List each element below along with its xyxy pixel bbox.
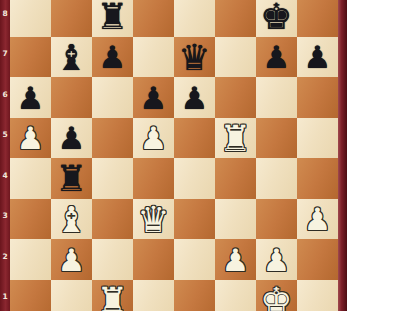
square-e3[interactable]: [174, 199, 215, 240]
rank-label-7: 7: [0, 34, 10, 75]
square-c1[interactable]: ♜: [92, 280, 133, 311]
square-b2[interactable]: ♟: [51, 239, 92, 280]
piece-black-bishop-b7[interactable]: ♝: [55, 40, 87, 76]
rank-label-6: 6: [0, 74, 10, 115]
square-g5[interactable]: [256, 118, 297, 159]
square-b1[interactable]: [51, 280, 92, 311]
rank-label-3: 3: [0, 196, 10, 237]
board-right-border: [338, 0, 347, 311]
square-b8[interactable]: [51, 0, 92, 37]
piece-black-king-g8[interactable]: ♚: [260, 0, 292, 35]
square-h2[interactable]: [297, 239, 338, 280]
square-f1[interactable]: [215, 280, 256, 311]
square-c2[interactable]: [92, 239, 133, 280]
square-b6[interactable]: [51, 77, 92, 118]
square-e7[interactable]: ♛: [174, 37, 215, 78]
piece-white-pawn-a5[interactable]: ♟: [17, 123, 45, 154]
square-a3[interactable]: [10, 199, 51, 240]
square-d6[interactable]: ♟: [133, 77, 174, 118]
rank-label-5: 5: [0, 115, 10, 156]
square-g1[interactable]: ♚: [256, 280, 297, 311]
square-h3[interactable]: ♟: [297, 199, 338, 240]
piece-black-pawn-g7[interactable]: ♟: [263, 42, 291, 73]
square-e4[interactable]: [174, 158, 215, 199]
square-c8[interactable]: ♜: [92, 0, 133, 37]
piece-white-king-g1[interactable]: ♚: [260, 283, 292, 311]
square-h1[interactable]: [297, 280, 338, 311]
square-d8[interactable]: [133, 0, 174, 37]
rank-label-1: 1: [0, 277, 10, 311]
square-g4[interactable]: [256, 158, 297, 199]
square-c4[interactable]: [92, 158, 133, 199]
piece-black-pawn-h7[interactable]: ♟: [304, 42, 332, 73]
square-e2[interactable]: [174, 239, 215, 280]
square-g2[interactable]: ♟: [256, 239, 297, 280]
square-c7[interactable]: ♟: [92, 37, 133, 78]
square-d1[interactable]: [133, 280, 174, 311]
square-d2[interactable]: [133, 239, 174, 280]
square-a1[interactable]: [10, 280, 51, 311]
square-d7[interactable]: [133, 37, 174, 78]
square-f3[interactable]: [215, 199, 256, 240]
piece-black-rook-c8[interactable]: ♜: [96, 0, 128, 35]
piece-black-pawn-d6[interactable]: ♟: [140, 83, 168, 114]
square-d4[interactable]: [133, 158, 174, 199]
square-e1[interactable]: [174, 280, 215, 311]
piece-white-pawn-h3[interactable]: ♟: [304, 204, 332, 235]
chess-diagram: 87654321 ♜♚♝♟♛♟♟♟♟♟♟♟♟♜♜♝♛♟♟♟♟♜♚: [0, 0, 414, 311]
square-f5[interactable]: ♜: [215, 118, 256, 159]
piece-black-pawn-a6[interactable]: ♟: [17, 83, 45, 114]
piece-black-queen-e7[interactable]: ♛: [178, 40, 210, 76]
rank-label-8: 8: [0, 0, 10, 34]
square-c3[interactable]: [92, 199, 133, 240]
square-h4[interactable]: [297, 158, 338, 199]
piece-black-rook-b4[interactable]: ♜: [55, 161, 87, 197]
square-f4[interactable]: [215, 158, 256, 199]
square-a2[interactable]: [10, 239, 51, 280]
square-d5[interactable]: ♟: [133, 118, 174, 159]
square-a6[interactable]: ♟: [10, 77, 51, 118]
square-b5[interactable]: ♟: [51, 118, 92, 159]
square-b7[interactable]: ♝: [51, 37, 92, 78]
square-d3[interactable]: ♛: [133, 199, 174, 240]
piece-white-pawn-d5[interactable]: ♟: [140, 123, 168, 154]
square-c5[interactable]: [92, 118, 133, 159]
square-h5[interactable]: [297, 118, 338, 159]
square-g7[interactable]: ♟: [256, 37, 297, 78]
rank-labels: 87654321: [0, 0, 10, 311]
square-h8[interactable]: [297, 0, 338, 37]
square-f6[interactable]: [215, 77, 256, 118]
square-g6[interactable]: [256, 77, 297, 118]
square-f2[interactable]: ♟: [215, 239, 256, 280]
square-a4[interactable]: [10, 158, 51, 199]
square-f8[interactable]: [215, 0, 256, 37]
square-b4[interactable]: ♜: [51, 158, 92, 199]
square-h7[interactable]: ♟: [297, 37, 338, 78]
rank-label-4: 4: [0, 155, 10, 196]
square-c6[interactable]: [92, 77, 133, 118]
square-e5[interactable]: [174, 118, 215, 159]
square-a5[interactable]: ♟: [10, 118, 51, 159]
square-g8[interactable]: ♚: [256, 0, 297, 37]
piece-black-pawn-e6[interactable]: ♟: [181, 83, 209, 114]
rank-label-2: 2: [0, 236, 10, 277]
piece-white-pawn-g2[interactable]: ♟: [263, 245, 291, 276]
square-a7[interactable]: [10, 37, 51, 78]
square-b3[interactable]: ♝: [51, 199, 92, 240]
piece-white-pawn-f2[interactable]: ♟: [222, 245, 250, 276]
square-g3[interactable]: [256, 199, 297, 240]
chess-board: ♜♚♝♟♛♟♟♟♟♟♟♟♟♜♜♝♛♟♟♟♟♜♚: [10, 0, 338, 311]
square-e6[interactable]: ♟: [174, 77, 215, 118]
square-e8[interactable]: [174, 0, 215, 37]
piece-black-pawn-b5[interactable]: ♟: [58, 123, 86, 154]
piece-white-queen-d3[interactable]: ♛: [137, 202, 169, 238]
piece-white-pawn-b2[interactable]: ♟: [58, 245, 86, 276]
piece-white-rook-c1[interactable]: ♜: [96, 283, 128, 311]
square-f7[interactable]: [215, 37, 256, 78]
piece-black-pawn-c7[interactable]: ♟: [99, 42, 127, 73]
square-h6[interactable]: [297, 77, 338, 118]
square-a8[interactable]: [10, 0, 51, 37]
piece-white-bishop-b3[interactable]: ♝: [55, 202, 87, 238]
piece-white-rook-f5[interactable]: ♜: [219, 121, 251, 157]
